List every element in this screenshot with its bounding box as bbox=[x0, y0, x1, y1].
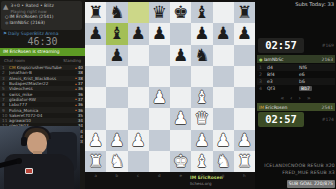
square-c5[interactable] bbox=[128, 66, 149, 87]
player-score: 40 bbox=[78, 65, 83, 70]
player-score: 36 bbox=[78, 86, 83, 91]
stream-alert-ticker: ICELANDICNOOB RESUB X20FRED_MUE RESUB X3… bbox=[264, 162, 335, 188]
white-clock-tag: #174 bbox=[322, 117, 334, 122]
chat-overlay: IM EricRosen lichess.org bbox=[190, 175, 223, 186]
black-player-line[interactable]: ●IamNbSc (2163) bbox=[3, 20, 82, 26]
standing-rank: 7 bbox=[2, 97, 9, 102]
player-score: 37 bbox=[78, 97, 83, 102]
black-player-rating: 2163 bbox=[322, 57, 333, 62]
black-pawn: ♟ bbox=[109, 47, 124, 64]
white-move[interactable]: d4 bbox=[267, 65, 299, 70]
move-number: 1 bbox=[257, 65, 267, 70]
board-file-coords: abcdefgh bbox=[85, 173, 255, 178]
player-score: 36 bbox=[78, 92, 83, 97]
coord-d: d bbox=[149, 173, 170, 178]
move-row: 1d4Nf6 bbox=[257, 64, 335, 71]
white-pawn: ♟ bbox=[216, 132, 231, 149]
coord-e: e bbox=[170, 173, 191, 178]
player-score: 36 bbox=[78, 102, 83, 107]
blitz-icon: ▲ bbox=[3, 4, 8, 11]
player-score: 38 bbox=[78, 76, 83, 81]
white-pawn: ♟ bbox=[131, 132, 146, 149]
black-bishop: ♝ bbox=[194, 4, 209, 21]
white-move[interactable]: e3 bbox=[267, 79, 299, 84]
square-e2[interactable] bbox=[170, 130, 191, 151]
player-title: CM bbox=[9, 65, 16, 70]
black-move[interactable]: Bb7 bbox=[299, 86, 331, 91]
webcam-overlay bbox=[0, 126, 80, 189]
right-panel: Subs Today: 33 02:57 #169 ● IamNbSc 2163… bbox=[255, 0, 336, 189]
black-player-name: IamNbSc bbox=[264, 57, 322, 62]
square-a7[interactable]: ♟ bbox=[85, 23, 106, 44]
black-pawn: ♟ bbox=[131, 25, 146, 42]
stream-alerts: ICELANDICNOOB RESUB X20FRED_MUE RESUB X3 bbox=[264, 162, 335, 176]
square-g2[interactable]: ♟ bbox=[213, 130, 234, 151]
player-name[interactable]: gladiator-RW bbox=[9, 97, 75, 102]
square-e1[interactable]: ♚ bbox=[170, 151, 191, 172]
white-pawn: ♟ bbox=[194, 132, 209, 149]
tab-standing[interactable]: Standing bbox=[63, 58, 81, 64]
black-queen: ♛ bbox=[152, 4, 167, 21]
black-pawn: ♟ bbox=[194, 25, 209, 42]
square-g5[interactable] bbox=[213, 66, 234, 87]
standing-rank: 8 bbox=[2, 102, 9, 107]
coord-h: h bbox=[234, 173, 255, 178]
square-d2[interactable] bbox=[149, 130, 170, 151]
square-h4[interactable] bbox=[234, 87, 255, 108]
square-f5[interactable] bbox=[191, 66, 212, 87]
square-b7[interactable]: ♝ bbox=[106, 23, 127, 44]
black-move[interactable]: b6 bbox=[299, 79, 331, 84]
square-c3[interactable] bbox=[128, 108, 149, 129]
streak-fire-icon: ▴ bbox=[75, 97, 77, 101]
player-score: 38 bbox=[78, 70, 83, 75]
black-knight: ♞ bbox=[109, 4, 124, 21]
white-pawn: ♟ bbox=[88, 132, 103, 149]
white-pawn: ♟ bbox=[237, 132, 252, 149]
square-d3[interactable] bbox=[149, 108, 170, 129]
square-a5[interactable] bbox=[85, 66, 106, 87]
standing-rank: 2 bbox=[2, 70, 9, 75]
black-pawn: ♟ bbox=[216, 25, 231, 42]
white-knight: ♞ bbox=[109, 153, 124, 170]
sub-goal-badge: SUB GOAL 220/875 bbox=[287, 180, 335, 188]
white-rook: ♜ bbox=[237, 153, 252, 170]
square-g3[interactable] bbox=[213, 108, 234, 129]
standing-rank: 11 bbox=[2, 118, 9, 123]
white-clock: 02:57 bbox=[258, 112, 304, 127]
black-pawn: ♟ bbox=[237, 25, 252, 42]
square-a1[interactable]: ♜ bbox=[85, 151, 106, 172]
black-pawn: ♟ bbox=[173, 47, 188, 64]
square-g6[interactable] bbox=[213, 45, 234, 66]
square-f4[interactable]: ♝ bbox=[191, 87, 212, 108]
white-pawn: ♟ bbox=[152, 89, 167, 106]
standing-rank: 6 bbox=[2, 92, 9, 97]
black-move[interactable]: Nf6 bbox=[299, 65, 331, 70]
shirt-logo bbox=[25, 168, 33, 174]
stream-alert: ICELANDICNOOB RESUB X20 bbox=[264, 162, 335, 169]
stream-alert: FRED_MUE RESUB X3 bbox=[264, 169, 335, 176]
square-b2[interactable]: ♟ bbox=[106, 130, 127, 151]
square-h7[interactable]: ♟ bbox=[234, 23, 255, 44]
move-row: 4Qf3Bb7 bbox=[257, 85, 335, 92]
square-c6[interactable] bbox=[128, 45, 149, 66]
black-player-bar[interactable]: ● IamNbSc 2163 bbox=[257, 55, 335, 63]
player-score: 35 bbox=[78, 113, 83, 118]
black-rook: ♜ bbox=[88, 4, 103, 21]
square-e4[interactable] bbox=[170, 87, 191, 108]
chat-username: IM EricRosen bbox=[190, 175, 223, 181]
square-d5[interactable] bbox=[149, 66, 170, 87]
square-c4[interactable] bbox=[128, 87, 149, 108]
square-h5[interactable] bbox=[234, 66, 255, 87]
streak-fire-icon: ▴ bbox=[75, 103, 77, 107]
square-f8[interactable]: ♝ bbox=[191, 2, 212, 23]
coord-a: a bbox=[85, 173, 106, 178]
move-nav-controls: «‹›» bbox=[255, 94, 336, 102]
player-score: 36 bbox=[78, 108, 83, 113]
square-g4[interactable] bbox=[213, 87, 234, 108]
microphone-tip bbox=[16, 158, 22, 164]
streak-fire-icon: ▴ bbox=[75, 108, 77, 112]
move-row: 3e3b6 bbox=[257, 78, 335, 85]
square-b3[interactable] bbox=[106, 108, 127, 129]
standing-rank: 9 bbox=[2, 108, 9, 113]
white-queen: ♛ bbox=[194, 110, 209, 127]
white-player-title: IM bbox=[259, 105, 264, 110]
square-d8[interactable]: ♛ bbox=[149, 2, 170, 23]
square-a8[interactable]: ♜ bbox=[85, 2, 106, 23]
square-b5[interactable] bbox=[106, 66, 127, 87]
white-rook: ♜ bbox=[88, 153, 103, 170]
standing-rank: 5 bbox=[2, 86, 9, 91]
nav-control-2[interactable]: › bbox=[299, 94, 301, 102]
player-name[interactable]: agrawal10 bbox=[9, 118, 78, 123]
square-b4[interactable] bbox=[106, 87, 127, 108]
square-h2[interactable]: ♟ bbox=[234, 130, 255, 151]
move-number: 3 bbox=[257, 79, 267, 84]
white-pawn: ♟ bbox=[173, 110, 188, 127]
player-name[interactable]: swiss_mike bbox=[9, 92, 78, 97]
player-score: 34 bbox=[78, 118, 83, 123]
player-name[interactable]: Alexis_Krist_BlackBoss bbox=[9, 76, 75, 81]
square-g1[interactable]: ♞ bbox=[213, 151, 234, 172]
streamer-banner[interactable]: IM EricRosen is streaming bbox=[0, 48, 85, 56]
square-e3[interactable]: ♟ bbox=[170, 108, 191, 129]
square-d4[interactable]: ♟ bbox=[149, 87, 170, 108]
square-f6[interactable]: ♞ bbox=[191, 45, 212, 66]
black-move[interactable]: e6 bbox=[299, 72, 331, 77]
coord-b: b bbox=[106, 173, 127, 178]
square-a6[interactable] bbox=[85, 45, 106, 66]
square-f7[interactable]: ♟ bbox=[191, 23, 212, 44]
white-king: ♚ bbox=[173, 153, 188, 170]
player-name[interactable]: Jonathan-B bbox=[9, 70, 78, 75]
move-list: 1d4Nf62Bf4e63e3b64Qf3Bb7 bbox=[257, 64, 335, 92]
nav-control-0[interactable]: « bbox=[280, 94, 284, 102]
streak-fire-icon: ▴ bbox=[75, 66, 77, 70]
black-pawn: ♟ bbox=[152, 25, 167, 42]
square-h8[interactable]: ♜ bbox=[234, 2, 255, 23]
game-info-box: ▲ 3+0 • Rated • Blitz Playing right now … bbox=[1, 1, 82, 30]
white-dot-icon: ○ bbox=[5, 14, 9, 19]
white-player-name: EricRosen bbox=[265, 105, 321, 110]
board: ♜♞♛♚♝♜♟♝♟♟♟♟♟♟♟♞♟♝♟♛♟♟♟♟♟♟♜♞♚♝♞♜ bbox=[85, 2, 255, 172]
square-h1[interactable]: ♜ bbox=[234, 151, 255, 172]
square-h6[interactable] bbox=[234, 45, 255, 66]
square-d7[interactable]: ♟ bbox=[149, 23, 170, 44]
square-d6[interactable] bbox=[149, 45, 170, 66]
black-bishop: ♝ bbox=[109, 25, 124, 42]
square-e5[interactable] bbox=[170, 66, 191, 87]
streak-fire-icon: ▴ bbox=[75, 87, 77, 91]
white-knight: ♞ bbox=[216, 153, 231, 170]
black-knight: ♞ bbox=[194, 47, 209, 64]
square-g8[interactable] bbox=[213, 2, 234, 23]
black-king: ♚ bbox=[173, 4, 188, 21]
chat-message: lichess.org bbox=[190, 181, 223, 187]
streak-fire-icon: ▴ bbox=[75, 76, 77, 80]
player-score: 37 bbox=[78, 81, 83, 86]
player-name[interactable]: Kingscrusher-YouTube bbox=[17, 65, 75, 70]
player-name[interactable]: BudapestMaster22 bbox=[9, 81, 75, 86]
standing-rank: 10 bbox=[2, 113, 9, 118]
white-bishop: ♝ bbox=[194, 89, 209, 106]
square-c2[interactable]: ♟ bbox=[128, 130, 149, 151]
standing-rank: 1 bbox=[2, 65, 9, 70]
white-bishop: ♝ bbox=[194, 153, 209, 170]
square-f2[interactable]: ♟ bbox=[191, 130, 212, 151]
square-a2[interactable]: ♟ bbox=[85, 130, 106, 151]
square-f3[interactable]: ♛ bbox=[191, 108, 212, 129]
square-f1[interactable]: ♝ bbox=[191, 151, 212, 172]
black-dot-icon: ● bbox=[5, 20, 9, 25]
square-c1[interactable] bbox=[128, 151, 149, 172]
square-g7[interactable]: ♟ bbox=[213, 23, 234, 44]
square-e6[interactable]: ♟ bbox=[170, 45, 191, 66]
player-name[interactable]: Videochess bbox=[9, 86, 75, 91]
square-a3[interactable] bbox=[85, 108, 106, 129]
stream-screen: ▲ 3+0 • Rated • Blitz Playing right now … bbox=[0, 0, 336, 189]
move-number: 2 bbox=[257, 72, 267, 77]
white-player-rating: 2541 bbox=[322, 105, 333, 110]
move-row: 2Bf4e6 bbox=[257, 71, 335, 78]
square-a4[interactable] bbox=[85, 87, 106, 108]
player-name[interactable]: Polina_Monica bbox=[9, 108, 75, 113]
tab-chat-room[interactable]: Chat room bbox=[4, 58, 25, 64]
move-number: 4 bbox=[257, 86, 267, 91]
black-clock: 02:57 bbox=[258, 38, 304, 53]
square-d1[interactable] bbox=[149, 151, 170, 172]
tournament-timer: 46:30 bbox=[0, 36, 85, 47]
square-c7[interactable]: ♟ bbox=[128, 23, 149, 44]
white-move[interactable]: Bf4 bbox=[267, 72, 299, 77]
streak-fire-icon: ▴ bbox=[75, 82, 77, 86]
player-name[interactable]: Sakeret7072-04 bbox=[9, 113, 78, 118]
square-e8[interactable]: ♚ bbox=[170, 2, 191, 23]
nav-control-3[interactable]: » bbox=[307, 94, 311, 102]
black-pawn: ♟ bbox=[88, 25, 103, 42]
black-clock-tag: #169 bbox=[322, 43, 334, 48]
online-dot-icon: ● bbox=[259, 57, 263, 62]
nav-control-1[interactable]: ‹ bbox=[290, 94, 292, 102]
square-b8[interactable]: ♞ bbox=[106, 2, 127, 23]
subs-today-counter: Subs Today: 33 bbox=[295, 1, 334, 7]
square-b1[interactable]: ♞ bbox=[106, 151, 127, 172]
square-c8[interactable] bbox=[128, 2, 149, 23]
game-meta: 3+0 • Rated • Blitz bbox=[10, 3, 53, 9]
white-move[interactable]: Qf3 bbox=[267, 86, 299, 91]
player-name[interactable]: Labo777 bbox=[9, 102, 75, 107]
coord-c: c bbox=[128, 173, 149, 178]
black-rook: ♜ bbox=[237, 4, 252, 21]
square-e7[interactable] bbox=[170, 23, 191, 44]
standing-rank: 4 bbox=[2, 81, 9, 86]
white-player-bar[interactable]: IM EricRosen 2541 bbox=[257, 103, 335, 111]
square-b6[interactable]: ♟ bbox=[106, 45, 127, 66]
square-h3[interactable] bbox=[234, 108, 255, 129]
standing-rank: 3 bbox=[2, 76, 9, 81]
headphone-earcup bbox=[21, 137, 27, 146]
white-pawn: ♟ bbox=[109, 132, 124, 149]
